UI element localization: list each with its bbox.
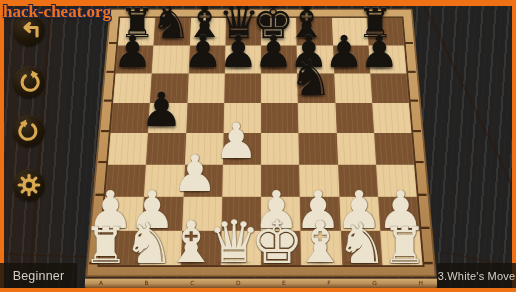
redo-button[interactable] — [13, 66, 45, 98]
file-label-h: H — [418, 280, 423, 286]
square-e4[interactable] — [261, 133, 299, 164]
chess-app-window: ABCDEFGH ♜♞♝♛♚♝♜♟♟♟♟♟♟♟♞♟♟♟♟♟♟♟♟♟♜♞♝♛♚♝♞… — [0, 0, 516, 292]
square-g5[interactable] — [335, 103, 374, 133]
square-f4[interactable] — [299, 133, 338, 164]
piece-white-rook-h1[interactable]: ♜ — [380, 221, 430, 271]
file-label-f: F — [327, 280, 330, 286]
move-indicator-label: 3.White's Move — [438, 270, 516, 282]
file-label-e: E — [282, 280, 286, 286]
piece-black-pawn-b5[interactable]: ♟ — [138, 86, 185, 133]
undo-rotate-icon — [17, 119, 41, 143]
square-g4[interactable] — [336, 133, 376, 164]
file-label-c: C — [190, 280, 194, 286]
file-label-g: G — [372, 280, 377, 286]
square-h5[interactable] — [372, 103, 412, 133]
square-c6[interactable] — [187, 73, 225, 102]
square-a4[interactable] — [108, 133, 148, 164]
file-label-b: B — [145, 280, 149, 286]
frame-border-left — [0, 0, 4, 292]
difficulty-badge: Beginner — [0, 263, 77, 288]
square-f5[interactable] — [298, 103, 336, 133]
gear-icon — [17, 173, 41, 197]
piece-black-knight-f6[interactable]: ♞ — [286, 54, 334, 102]
square-h6[interactable] — [370, 73, 409, 102]
redo-rotate-icon — [17, 70, 41, 94]
piece-black-pawn-h7[interactable]: ♟ — [357, 30, 401, 74]
watermark-text: hack-cheat.org — [3, 2, 111, 22]
undo-button[interactable] — [13, 115, 45, 147]
frame-border-right — [512, 0, 516, 292]
file-label-a: A — [99, 280, 103, 286]
square-e5[interactable] — [261, 103, 299, 133]
frame-border-bottom — [0, 288, 516, 292]
piece-black-pawn-a7[interactable]: ♟ — [110, 30, 154, 74]
square-d6[interactable] — [224, 73, 261, 102]
board-front-edge: ABCDEFGH — [85, 278, 437, 288]
settings-button[interactable] — [13, 169, 45, 201]
square-h4[interactable] — [374, 133, 414, 164]
file-label-d: D — [236, 280, 241, 286]
square-g6[interactable] — [334, 73, 372, 102]
move-indicator-badge: 3.White's Move — [437, 263, 516, 288]
difficulty-label: Beginner — [13, 269, 65, 283]
sidebar — [0, 0, 60, 292]
